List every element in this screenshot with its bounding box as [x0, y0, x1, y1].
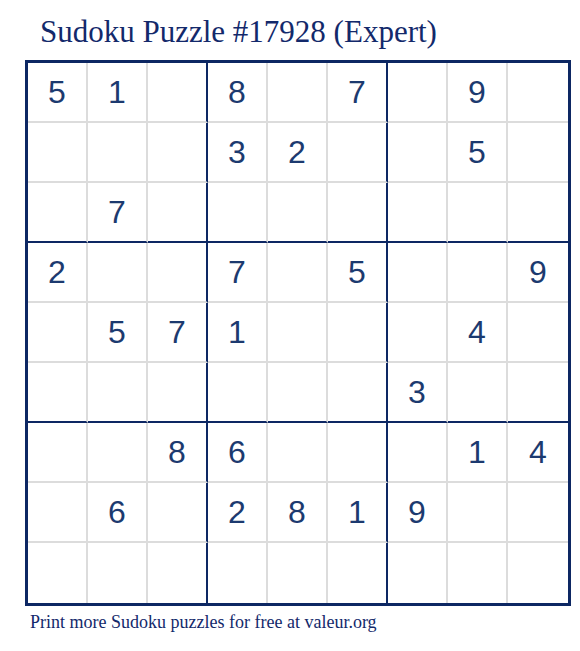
cell-r5c6[interactable] [328, 303, 388, 363]
cell-r6c7[interactable]: 3 [388, 363, 448, 423]
cell-r4c3[interactable] [148, 243, 208, 303]
cell-r9c8[interactable] [448, 543, 508, 603]
cell-r4c1[interactable]: 2 [28, 243, 88, 303]
cell-r3c8[interactable] [448, 183, 508, 243]
cell-r2c1[interactable] [28, 123, 88, 183]
cell-r8c1[interactable] [28, 483, 88, 543]
cell-r4c2[interactable] [88, 243, 148, 303]
cell-r9c4[interactable] [208, 543, 268, 603]
cell-r5c2[interactable]: 5 [88, 303, 148, 363]
cell-r3c4[interactable] [208, 183, 268, 243]
cell-r5c1[interactable] [28, 303, 88, 363]
cell-r1c6[interactable]: 7 [328, 63, 388, 123]
cell-r2c5[interactable]: 2 [268, 123, 328, 183]
cell-r3c7[interactable] [388, 183, 448, 243]
cell-r9c5[interactable] [268, 543, 328, 603]
cell-r7c8[interactable]: 1 [448, 423, 508, 483]
cell-r4c4[interactable]: 7 [208, 243, 268, 303]
cell-r7c4[interactable]: 6 [208, 423, 268, 483]
cell-r8c7[interactable]: 9 [388, 483, 448, 543]
cell-r6c6[interactable] [328, 363, 388, 423]
cell-r5c7[interactable] [388, 303, 448, 363]
cell-r4c5[interactable] [268, 243, 328, 303]
cell-r1c7[interactable] [388, 63, 448, 123]
cell-r2c2[interactable] [88, 123, 148, 183]
sudoku-board: 518793257275957143861462819 [25, 60, 571, 606]
cell-r7c1[interactable] [28, 423, 88, 483]
cell-r4c7[interactable] [388, 243, 448, 303]
cell-r5c5[interactable] [268, 303, 328, 363]
cell-r6c5[interactable] [268, 363, 328, 423]
cell-r6c1[interactable] [28, 363, 88, 423]
cell-r7c5[interactable] [268, 423, 328, 483]
cell-r8c8[interactable] [448, 483, 508, 543]
cell-r3c1[interactable] [28, 183, 88, 243]
cell-r9c7[interactable] [388, 543, 448, 603]
cell-r9c1[interactable] [28, 543, 88, 603]
cell-r8c6[interactable]: 1 [328, 483, 388, 543]
cell-r8c2[interactable]: 6 [88, 483, 148, 543]
cell-r1c5[interactable] [268, 63, 328, 123]
cell-r9c6[interactable] [328, 543, 388, 603]
cell-r5c9[interactable] [508, 303, 568, 363]
cell-r6c8[interactable] [448, 363, 508, 423]
cell-r4c6[interactable]: 5 [328, 243, 388, 303]
cell-r3c3[interactable] [148, 183, 208, 243]
cell-r4c9[interactable]: 9 [508, 243, 568, 303]
cell-r6c9[interactable] [508, 363, 568, 423]
cell-r1c8[interactable]: 9 [448, 63, 508, 123]
cell-r7c7[interactable] [388, 423, 448, 483]
cell-r8c9[interactable] [508, 483, 568, 543]
cell-r3c9[interactable] [508, 183, 568, 243]
cell-r6c3[interactable] [148, 363, 208, 423]
cell-r5c3[interactable]: 7 [148, 303, 208, 363]
cell-r3c2[interactable]: 7 [88, 183, 148, 243]
cell-r2c7[interactable] [388, 123, 448, 183]
cell-r2c8[interactable]: 5 [448, 123, 508, 183]
cell-r8c5[interactable]: 8 [268, 483, 328, 543]
cell-r9c2[interactable] [88, 543, 148, 603]
cell-r3c6[interactable] [328, 183, 388, 243]
cell-r9c9[interactable] [508, 543, 568, 603]
cell-r8c4[interactable]: 2 [208, 483, 268, 543]
cell-r8c3[interactable] [148, 483, 208, 543]
cell-r1c2[interactable]: 1 [88, 63, 148, 123]
cell-r1c9[interactable] [508, 63, 568, 123]
cell-r6c2[interactable] [88, 363, 148, 423]
cell-r6c4[interactable] [208, 363, 268, 423]
cell-r7c2[interactable] [88, 423, 148, 483]
cell-r5c4[interactable]: 1 [208, 303, 268, 363]
cell-r2c9[interactable] [508, 123, 568, 183]
cell-r5c8[interactable]: 4 [448, 303, 508, 363]
page-title: Sudoku Puzzle #17928 (Expert) [40, 14, 437, 50]
cell-r1c3[interactable] [148, 63, 208, 123]
cell-r2c3[interactable] [148, 123, 208, 183]
cell-r7c3[interactable]: 8 [148, 423, 208, 483]
cell-r9c3[interactable] [148, 543, 208, 603]
cell-r3c5[interactable] [268, 183, 328, 243]
cell-r7c6[interactable] [328, 423, 388, 483]
cell-r2c6[interactable] [328, 123, 388, 183]
cell-r1c1[interactable]: 5 [28, 63, 88, 123]
cell-r4c8[interactable] [448, 243, 508, 303]
cell-r2c4[interactable]: 3 [208, 123, 268, 183]
cell-r1c4[interactable]: 8 [208, 63, 268, 123]
footer-note: Print more Sudoku puzzles for free at va… [30, 612, 377, 633]
cell-r7c9[interactable]: 4 [508, 423, 568, 483]
